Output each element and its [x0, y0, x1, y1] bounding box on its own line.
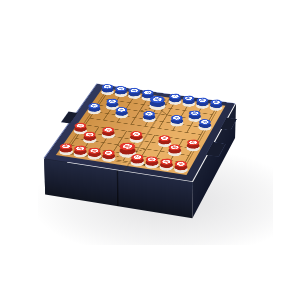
piece-glyph: 相	[91, 149, 97, 152]
piece-glyph: 卒	[119, 108, 125, 111]
piece-glyph: 車	[178, 162, 184, 165]
xiangqi-board-frame: 車馬象士士象馬車將砲砲卒卒卒卒卒兵兵兵兵兵炮炮帥車馬相仕仕相馬車	[43, 83, 235, 181]
piece-glyph: 車	[105, 85, 110, 88]
piece-glyph: 卒	[202, 121, 208, 124]
piece-glyph: 帥	[124, 145, 131, 149]
piece-glyph: 象	[132, 89, 137, 92]
piece-glyph: 仕	[134, 156, 140, 159]
piece-glyph: 卒	[91, 105, 97, 108]
piece-glyph: 象	[186, 97, 191, 100]
piece-glyph: 砲	[109, 100, 115, 103]
piece-glyph: 兵	[190, 141, 196, 144]
piece-glyph: 將	[154, 98, 161, 101]
board-surface: 車馬象士士象馬車將砲砲卒卒卒卒卒兵兵兵兵兵炮炮帥車馬相仕仕相馬車	[56, 88, 226, 175]
product-photo-scene: 車馬象士士象馬車將砲砲卒卒卒卒卒兵兵兵兵兵炮炮帥車馬相仕仕相馬車	[0, 0, 300, 300]
piece-glyph: 馬	[200, 99, 205, 102]
piece-glyph: 馬	[118, 87, 123, 90]
piece-glyph: 卒	[174, 117, 180, 120]
piece-glyph: 兵	[105, 128, 111, 131]
piece-glyph: 砲	[192, 112, 197, 115]
piece-glyph: 仕	[106, 151, 112, 154]
piece-glyph: 炮	[87, 133, 93, 136]
piece-glyph: 士	[172, 95, 177, 98]
piece-glyph: 兵	[133, 133, 139, 136]
piece-glyph: 士	[145, 91, 150, 94]
fold-seam-front	[117, 170, 119, 206]
piece-glyph: 相	[149, 158, 155, 161]
piece-glyph: 炮	[172, 146, 178, 149]
piece-glyph: 馬	[77, 147, 83, 150]
piece-glyph: 兵	[162, 137, 168, 140]
piece-glyph: 馬	[163, 160, 169, 163]
piece-glyph: 車	[213, 101, 218, 104]
piece-glyph: 兵	[78, 124, 84, 127]
piece-glyph: 卒	[146, 112, 152, 115]
piece-glyph: 車	[63, 145, 69, 148]
